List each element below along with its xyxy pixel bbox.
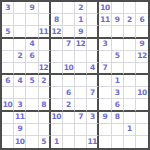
cell-r4c12[interactable]: 9 (136, 39, 148, 51)
cell-r2c1[interactable] (2, 14, 14, 26)
given-number: 8 (41, 101, 46, 109)
cell-r4c6[interactable]: 7 (63, 39, 75, 51)
cell-r8c7[interactable] (75, 87, 87, 99)
cell-r7c11[interactable] (124, 75, 136, 87)
cell-r12c10[interactable] (112, 136, 124, 148)
cell-r4c11[interactable] (124, 39, 136, 51)
given-number: 2 (66, 101, 71, 109)
cell-r1c9[interactable]: 10 (99, 2, 111, 14)
cell-r2c12[interactable]: 6 (136, 14, 148, 26)
given-number: 11 (15, 113, 24, 121)
cell-r11c8[interactable] (87, 124, 99, 136)
given-number: 12 (137, 52, 146, 60)
cell-r11c1[interactable] (2, 124, 14, 136)
cell-r8c8[interactable]: 7 (87, 87, 99, 99)
cell-r5c2[interactable]: 2 (14, 51, 26, 63)
cell-r7c12[interactable] (136, 75, 148, 87)
given-number: 2 (17, 52, 22, 60)
cell-r11c12[interactable] (136, 124, 148, 136)
given-number: 4 (90, 64, 95, 72)
given-number: 5 (115, 52, 120, 60)
cell-r5c12[interactable]: 12 (136, 51, 148, 63)
cell-r1c10[interactable] (112, 2, 124, 14)
cell-r3c4[interactable]: 11 (39, 26, 51, 38)
cell-r4c9[interactable]: 3 (99, 39, 111, 51)
cell-r5c5[interactable] (51, 51, 63, 63)
cell-r7c4[interactable]: 2 (39, 75, 51, 87)
cell-r2c5[interactable]: 8 (51, 14, 63, 26)
cell-r5c3[interactable]: 6 (26, 51, 38, 63)
cell-r11c4[interactable] (39, 124, 51, 136)
cell-r8c10[interactable]: 3 (112, 87, 124, 99)
given-number: 2 (78, 4, 83, 12)
cell-r3c8[interactable] (87, 26, 99, 38)
cell-r7c8[interactable] (87, 75, 99, 87)
cell-r6c1[interactable] (2, 63, 14, 75)
given-number: 5 (30, 77, 35, 85)
cell-r11c10[interactable] (112, 124, 124, 136)
given-number: 11 (88, 138, 97, 146)
given-number: 9 (140, 40, 145, 48)
cell-r9c7[interactable] (75, 99, 87, 111)
cell-r12c7[interactable] (75, 136, 87, 148)
given-number: 2 (41, 77, 46, 85)
cell-r6c5[interactable] (51, 63, 63, 75)
given-number: 1 (54, 138, 59, 146)
cell-r8c4[interactable] (39, 87, 51, 99)
cell-r8c12[interactable]: 10 (136, 87, 148, 99)
given-number: 6 (5, 77, 10, 85)
cell-r1c4[interactable] (39, 2, 51, 14)
given-number: 6 (115, 101, 120, 109)
given-number: 9 (17, 125, 22, 133)
given-number: 11 (39, 28, 48, 36)
cell-r12c11[interactable] (124, 136, 136, 148)
cell-r5c4[interactable] (39, 51, 51, 63)
given-number: 1 (127, 125, 132, 133)
cell-r2c4[interactable] (39, 14, 51, 26)
cell-r10c12[interactable] (136, 112, 148, 124)
given-number: 10 (100, 4, 109, 12)
cell-r4c7[interactable]: 12 (75, 39, 87, 51)
cell-r1c8[interactable] (87, 2, 99, 14)
given-number: 7 (103, 64, 108, 72)
cell-r10c3[interactable] (26, 112, 38, 124)
cell-r9c4[interactable]: 8 (39, 99, 51, 111)
cell-r1c7[interactable]: 2 (75, 2, 87, 14)
cell-r3c9[interactable] (99, 26, 111, 38)
cell-r1c6[interactable] (63, 2, 75, 14)
cell-r2c6[interactable] (63, 14, 75, 26)
cell-r2c10[interactable]: 9 (112, 14, 124, 26)
cell-r10c1[interactable] (2, 112, 14, 124)
cell-r7c2[interactable]: 4 (14, 75, 26, 87)
cell-r11c6[interactable] (63, 124, 75, 136)
cell-r6c12[interactable] (136, 63, 148, 75)
sudoku-board: 3921081119265111294712392651212104764521… (0, 0, 150, 150)
cell-r9c2[interactable]: 3 (14, 99, 26, 111)
cell-r8c6[interactable]: 6 (63, 87, 75, 99)
given-number: 3 (90, 113, 95, 121)
given-number: 10 (64, 64, 73, 72)
cell-r12c6[interactable] (63, 136, 75, 148)
cell-r7c6[interactable] (63, 75, 75, 87)
cell-r10c11[interactable] (124, 112, 136, 124)
cell-r1c5[interactable] (51, 2, 63, 14)
cell-r4c4[interactable] (39, 39, 51, 51)
cell-r3c2[interactable] (14, 26, 26, 38)
cell-r12c4[interactable]: 5 (39, 136, 51, 148)
cell-r4c1[interactable] (2, 39, 14, 51)
cell-r12c2[interactable]: 10 (14, 136, 26, 148)
cell-r6c11[interactable] (124, 63, 136, 75)
cell-r5c7[interactable] (75, 51, 87, 63)
cell-r3c7[interactable]: 9 (75, 26, 87, 38)
cell-r6c3[interactable] (26, 63, 38, 75)
cell-r7c9[interactable] (99, 75, 111, 87)
cell-r9c1[interactable]: 10 (2, 99, 14, 111)
cell-r9c12[interactable] (136, 99, 148, 111)
given-number: 12 (76, 40, 85, 48)
cell-r11c3[interactable] (26, 124, 38, 136)
cell-r12c9[interactable] (99, 136, 111, 148)
given-number: 9 (115, 16, 120, 24)
cell-r6c10[interactable] (112, 63, 124, 75)
cell-r9c10[interactable]: 6 (112, 99, 124, 111)
cell-r6c6[interactable]: 10 (63, 63, 75, 75)
cell-r2c2[interactable] (14, 14, 26, 26)
cell-r12c3[interactable] (26, 136, 38, 148)
cell-r6c8[interactable]: 4 (87, 63, 99, 75)
cell-r1c3[interactable]: 9 (26, 2, 38, 14)
cell-r9c9[interactable] (99, 99, 111, 111)
given-number: 11 (100, 16, 109, 24)
cell-r9c8[interactable] (87, 99, 99, 111)
cell-r2c3[interactable] (26, 14, 38, 26)
cell-r2c9[interactable]: 11 (99, 14, 111, 26)
cell-r3c11[interactable] (124, 26, 136, 38)
given-number: 6 (140, 16, 145, 24)
given-number: 12 (52, 28, 61, 36)
cell-r12c8[interactable]: 11 (87, 136, 99, 148)
cell-r10c6[interactable] (63, 112, 75, 124)
cell-r2c11[interactable]: 2 (124, 14, 136, 26)
cell-r3c3[interactable] (26, 26, 38, 38)
given-number: 4 (17, 77, 22, 85)
cell-r12c5[interactable]: 1 (51, 136, 63, 148)
cell-r10c9[interactable]: 9 (99, 112, 111, 124)
given-number: 6 (30, 52, 35, 60)
cell-r4c3[interactable]: 4 (26, 39, 38, 51)
cell-r7c3[interactable]: 5 (26, 75, 38, 87)
cell-r5c8[interactable] (87, 51, 99, 63)
given-number: 10 (137, 89, 146, 97)
cell-r6c7[interactable] (75, 63, 87, 75)
given-number: 5 (41, 138, 46, 146)
cell-r3c1[interactable]: 5 (2, 26, 14, 38)
cell-r9c3[interactable] (26, 99, 38, 111)
cell-r8c1[interactable] (2, 87, 14, 99)
given-number: 6 (66, 89, 71, 97)
cell-r5c9[interactable] (99, 51, 111, 63)
given-number: 4 (30, 40, 35, 48)
cell-r3c10[interactable] (112, 26, 124, 38)
cell-r11c5[interactable] (51, 124, 63, 136)
given-number: 8 (54, 16, 59, 24)
given-number: 7 (66, 40, 71, 48)
cell-r6c9[interactable]: 7 (99, 63, 111, 75)
cell-r3c12[interactable] (136, 26, 148, 38)
cell-r1c1[interactable]: 3 (2, 2, 14, 14)
given-number: 7 (78, 113, 83, 121)
cell-r5c6[interactable] (63, 51, 75, 63)
cell-r5c10[interactable]: 5 (112, 51, 124, 63)
cell-r10c10[interactable]: 8 (112, 112, 124, 124)
cell-r7c7[interactable] (75, 75, 87, 87)
cell-r6c2[interactable] (14, 63, 26, 75)
cell-r11c11[interactable]: 1 (124, 124, 136, 136)
cell-r8c9[interactable] (99, 87, 111, 99)
cell-r1c12[interactable] (136, 2, 148, 14)
cell-r8c3[interactable] (26, 87, 38, 99)
cell-r8c2[interactable] (14, 87, 26, 99)
cell-r11c9[interactable] (99, 124, 111, 136)
given-number: 3 (17, 101, 22, 109)
given-number: 9 (30, 4, 35, 12)
cell-r8c11[interactable] (124, 87, 136, 99)
cell-r11c7[interactable] (75, 124, 87, 136)
cell-r12c1[interactable] (2, 136, 14, 148)
cell-r4c2[interactable] (14, 39, 26, 51)
given-number: 3 (5, 4, 10, 12)
cell-r11c2[interactable]: 9 (14, 124, 26, 136)
cell-r5c1[interactable] (2, 51, 14, 63)
cell-r9c6[interactable]: 2 (63, 99, 75, 111)
cell-r7c5[interactable] (51, 75, 63, 87)
given-number: 3 (103, 40, 108, 48)
given-number: 9 (78, 28, 83, 36)
given-number: 5 (5, 28, 10, 36)
given-number: 10 (15, 138, 24, 146)
cell-r8c5[interactable] (51, 87, 63, 99)
cell-r7c10[interactable]: 1 (112, 75, 124, 87)
cell-r3c6[interactable] (63, 26, 75, 38)
cell-r9c11[interactable] (124, 99, 136, 111)
cell-r6c4[interactable]: 12 (39, 63, 51, 75)
given-number: 12 (39, 64, 48, 72)
cell-r3c5[interactable]: 12 (51, 26, 63, 38)
cell-r1c11[interactable] (124, 2, 136, 14)
cell-r10c5[interactable]: 10 (51, 112, 63, 124)
given-number: 2 (127, 16, 132, 24)
cell-r2c8[interactable] (87, 14, 99, 26)
cell-r12c12[interactable] (136, 136, 148, 148)
given-number: 10 (3, 101, 12, 109)
cell-r10c8[interactable]: 3 (87, 112, 99, 124)
given-number: 1 (115, 77, 120, 85)
cell-r1c2[interactable] (14, 2, 26, 14)
cell-r10c7[interactable]: 7 (75, 112, 87, 124)
cell-r2c7[interactable]: 1 (75, 14, 87, 26)
cell-r7c1[interactable]: 6 (2, 75, 14, 87)
cell-r4c8[interactable] (87, 39, 99, 51)
cell-r10c4[interactable] (39, 112, 51, 124)
cell-r4c5[interactable] (51, 39, 63, 51)
given-number: 10 (52, 113, 61, 121)
given-number: 8 (115, 113, 120, 121)
cell-r5c11[interactable] (124, 51, 136, 63)
cell-r9c5[interactable] (51, 99, 63, 111)
given-number: 9 (103, 113, 108, 121)
cell-r4c10[interactable] (112, 39, 124, 51)
given-number: 3 (115, 89, 120, 97)
given-number: 7 (90, 89, 95, 97)
cell-r10c2[interactable]: 11 (14, 112, 26, 124)
given-number: 1 (78, 16, 83, 24)
